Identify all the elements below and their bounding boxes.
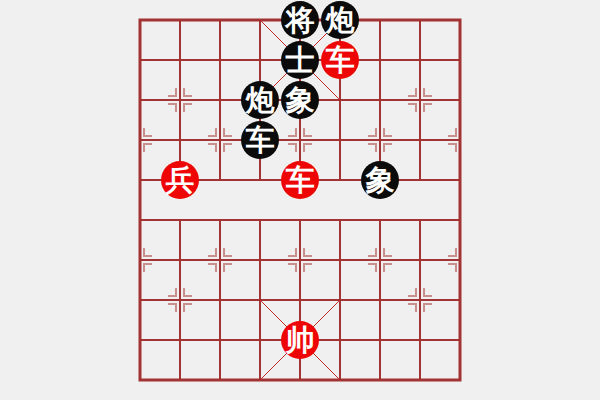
- piece-red-chariot-1[interactable]: 车: [321, 41, 359, 79]
- piece-black-general[interactable]: 将: [281, 1, 319, 39]
- piece-black-cannon-1[interactable]: 炮: [321, 1, 359, 39]
- piece-red-general[interactable]: 帅: [281, 321, 319, 359]
- piece-red-soldier[interactable]: 兵: [161, 161, 199, 199]
- piece-black-chariot[interactable]: 车: [241, 121, 279, 159]
- piece-black-elephant-1[interactable]: 象: [281, 81, 319, 119]
- piece-black-cannon-2[interactable]: 炮: [241, 81, 279, 119]
- piece-red-chariot-2[interactable]: 车: [281, 161, 319, 199]
- xiangqi-diagram: 将炮士车炮象车兵车象帅: [0, 0, 600, 400]
- piece-black-elephant-2[interactable]: 象: [361, 161, 399, 199]
- piece-black-advisor[interactable]: 士: [281, 41, 319, 79]
- pieces-layer: 将炮士车炮象车兵车象帅: [140, 20, 460, 380]
